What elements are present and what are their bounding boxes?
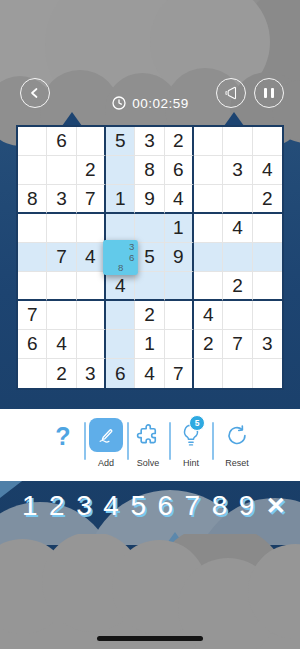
- sudoku-cell[interactable]: [253, 359, 282, 388]
- solve-label: Solve: [126, 458, 170, 468]
- toolbar-divider: [169, 422, 171, 460]
- sudoku-board: 6532286348371942147436859427246412732364…: [16, 125, 284, 390]
- sudoku-cell[interactable]: 4: [223, 214, 252, 243]
- sudoku-cell[interactable]: 5: [135, 243, 164, 272]
- clock-icon: [111, 95, 127, 111]
- sudoku-cell[interactable]: [18, 272, 47, 301]
- sudoku-cell[interactable]: [77, 301, 106, 330]
- numpad-key-1[interactable]: 1: [22, 490, 38, 522]
- numpad-key-5[interactable]: 5: [130, 490, 146, 522]
- numpad: 123456789✕: [22, 486, 286, 526]
- sound-button[interactable]: [216, 78, 246, 108]
- sudoku-cell[interactable]: [253, 243, 282, 272]
- reset-button[interactable]: [223, 422, 251, 450]
- sudoku-cell[interactable]: 8: [18, 185, 47, 214]
- sudoku-cell[interactable]: [165, 301, 194, 330]
- sudoku-cell[interactable]: [253, 214, 282, 243]
- sudoku-cell[interactable]: 8: [135, 156, 164, 185]
- sudoku-cell[interactable]: 368: [103, 240, 138, 275]
- sudoku-cell[interactable]: [165, 272, 194, 301]
- sudoku-cell[interactable]: [194, 127, 223, 156]
- numpad-key-2[interactable]: 2: [49, 490, 65, 522]
- speaker-icon: [222, 84, 240, 102]
- tree-silhouette: [62, 112, 82, 126]
- cloud-decoration-bottom: [0, 534, 300, 649]
- sudoku-cell[interactable]: 4: [47, 330, 76, 359]
- sudoku-cell[interactable]: 1: [165, 214, 194, 243]
- sudoku-cell[interactable]: [106, 301, 135, 330]
- numpad-key-9[interactable]: 9: [239, 490, 255, 522]
- sudoku-cell[interactable]: [77, 272, 106, 301]
- sudoku-cell[interactable]: [253, 301, 282, 330]
- puzzle-icon: [135, 422, 161, 448]
- sudoku-cell[interactable]: [18, 243, 47, 272]
- add-label: Add: [84, 458, 128, 468]
- numpad-key-4[interactable]: 4: [103, 490, 119, 522]
- sudoku-cell[interactable]: 2: [47, 359, 76, 388]
- pause-icon: [262, 88, 276, 98]
- numpad-key-3[interactable]: 3: [76, 490, 92, 522]
- sudoku-cell[interactable]: 6: [47, 127, 76, 156]
- timer-value: 00:02:59: [132, 96, 189, 111]
- add-button[interactable]: [89, 418, 123, 452]
- sudoku-cell[interactable]: 3: [135, 127, 164, 156]
- sudoku-cell[interactable]: 1: [106, 185, 135, 214]
- sudoku-cell[interactable]: [47, 301, 76, 330]
- sudoku-cell[interactable]: [194, 185, 223, 214]
- sudoku-cell[interactable]: [223, 359, 252, 388]
- pause-button[interactable]: [254, 78, 284, 108]
- toolbar-divider: [127, 422, 129, 460]
- sudoku-cell[interactable]: 6: [165, 156, 194, 185]
- sudoku-cell[interactable]: 9: [165, 243, 194, 272]
- sudoku-cell[interactable]: [18, 127, 47, 156]
- numpad-key-7[interactable]: 7: [185, 490, 201, 522]
- sudoku-cell[interactable]: 3: [223, 156, 252, 185]
- sudoku-cell[interactable]: 4: [106, 272, 135, 301]
- sudoku-cell[interactable]: [77, 127, 106, 156]
- sudoku-cell[interactable]: [223, 301, 252, 330]
- numpad-key-8[interactable]: 8: [212, 490, 228, 522]
- sudoku-cell[interactable]: 4: [77, 243, 106, 272]
- tree-silhouette: [224, 112, 244, 126]
- hint-badge: 5: [189, 415, 205, 431]
- sudoku-cell[interactable]: 6: [106, 359, 135, 388]
- reset-label: Reset: [215, 458, 259, 468]
- sudoku-cell[interactable]: 2: [253, 185, 282, 214]
- solve-button[interactable]: [134, 421, 162, 449]
- sudoku-cell[interactable]: [223, 127, 252, 156]
- sudoku-cell[interactable]: [18, 156, 47, 185]
- sudoku-cell[interactable]: [194, 272, 223, 301]
- sudoku-cell[interactable]: 3: [77, 359, 106, 388]
- sudoku-cell[interactable]: [165, 330, 194, 359]
- sudoku-cell[interactable]: [194, 214, 223, 243]
- sudoku-cell[interactable]: 7: [77, 185, 106, 214]
- sudoku-cell[interactable]: 2: [194, 330, 223, 359]
- pencil-icon: [95, 424, 117, 446]
- sudoku-cell[interactable]: [106, 156, 135, 185]
- reset-icon: [224, 423, 250, 449]
- home-indicator[interactable]: [97, 636, 203, 641]
- sudoku-cell[interactable]: 4: [194, 301, 223, 330]
- sudoku-cell[interactable]: 9: [135, 185, 164, 214]
- sudoku-cell[interactable]: 2: [165, 127, 194, 156]
- sudoku-cell[interactable]: [223, 185, 252, 214]
- sudoku-cell[interactable]: 2: [223, 272, 252, 301]
- sudoku-cell[interactable]: 5: [106, 127, 135, 156]
- sudoku-cell[interactable]: 7: [18, 301, 47, 330]
- sudoku-cell[interactable]: 4: [135, 359, 164, 388]
- sudoku-cell[interactable]: 4: [253, 156, 282, 185]
- sudoku-cell[interactable]: [194, 156, 223, 185]
- sudoku-cell[interactable]: [135, 214, 164, 243]
- sudoku-cell[interactable]: [253, 127, 282, 156]
- sudoku-cell[interactable]: 3: [47, 185, 76, 214]
- sudoku-cell[interactable]: [106, 330, 135, 359]
- sudoku-cell[interactable]: [47, 272, 76, 301]
- toolbar-divider: [212, 422, 214, 460]
- sudoku-app: 00:02:59 6532286348371942147436859427246…: [0, 0, 300, 649]
- numpad-key-clear[interactable]: ✕: [266, 492, 286, 520]
- sudoku-cell[interactable]: 3: [253, 330, 282, 359]
- pencil-notes: 368: [104, 241, 137, 273]
- sudoku-cell[interactable]: [47, 156, 76, 185]
- sudoku-cell[interactable]: 1: [135, 330, 164, 359]
- hint-label: Hint: [169, 458, 213, 468]
- sudoku-cell[interactable]: [77, 214, 106, 243]
- sudoku-cell[interactable]: [106, 214, 135, 243]
- sudoku-cell[interactable]: [18, 359, 47, 388]
- sudoku-cell[interactable]: [253, 272, 282, 301]
- sudoku-cell[interactable]: [223, 243, 252, 272]
- numpad-key-6[interactable]: 6: [157, 490, 173, 522]
- sudoku-cell[interactable]: 7: [47, 243, 76, 272]
- sudoku-cell[interactable]: [77, 330, 106, 359]
- toolbar-divider: [84, 422, 86, 460]
- sudoku-cell[interactable]: 2: [135, 301, 164, 330]
- sudoku-cell[interactable]: 7: [165, 359, 194, 388]
- sudoku-cell[interactable]: 6: [18, 330, 47, 359]
- sudoku-cell[interactable]: [194, 359, 223, 388]
- sudoku-cell[interactable]: 2: [77, 156, 106, 185]
- sudoku-cell[interactable]: [194, 243, 223, 272]
- toolbar: ? Add Solve 5 Hint: [0, 409, 300, 481]
- help-button[interactable]: ?: [50, 422, 76, 451]
- sudoku-cell[interactable]: [18, 214, 47, 243]
- sudoku-cell[interactable]: 7: [223, 330, 252, 359]
- sudoku-cell[interactable]: [135, 272, 164, 301]
- sudoku-cell[interactable]: [47, 214, 76, 243]
- sudoku-cell[interactable]: 4: [165, 185, 194, 214]
